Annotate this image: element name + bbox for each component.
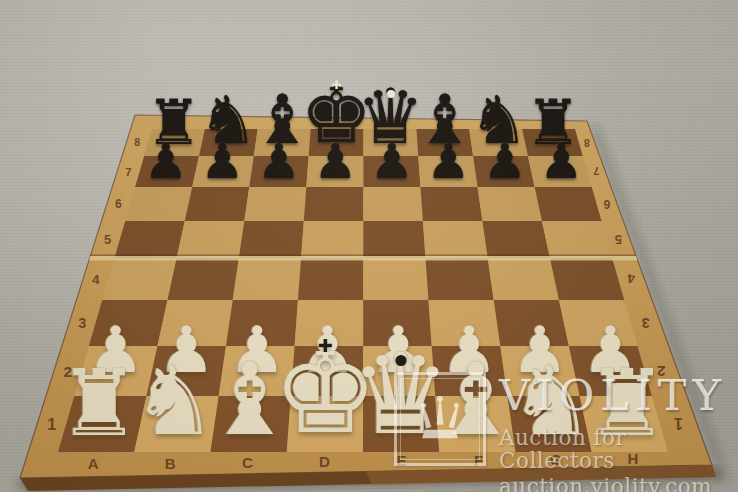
square-f4: [426, 258, 494, 300]
file-label-g: G: [550, 451, 562, 468]
square-a6: [125, 187, 192, 221]
square-d7: [306, 156, 363, 187]
rank-label-right-8: 8: [584, 137, 590, 149]
rank-label-right-7: 7: [593, 165, 599, 177]
square-f6: [420, 187, 482, 221]
square-a4: [102, 258, 176, 300]
file-label-d: D: [319, 453, 330, 470]
square-f8: [416, 129, 473, 156]
square-h2: [569, 346, 652, 396]
square-e7: [363, 156, 420, 187]
square-d5: [301, 221, 363, 258]
fold-seam: [89, 256, 638, 261]
square-b1: [134, 396, 218, 452]
square-c6: [244, 187, 306, 221]
square-a5: [114, 221, 184, 258]
square-c3: [226, 300, 298, 346]
square-f1: [435, 396, 515, 452]
rank-label-left-3: 3: [78, 315, 86, 331]
square-d3: [295, 300, 364, 346]
square-a7: [135, 156, 199, 187]
file-label-f: F: [474, 452, 483, 469]
square-f7: [418, 156, 477, 187]
square-f5: [423, 221, 488, 258]
square-d2: [291, 346, 363, 396]
square-b5: [177, 221, 245, 258]
square-e3: [363, 300, 432, 346]
square-d4: [298, 258, 363, 300]
square-b6: [185, 187, 250, 221]
square-e2: [363, 346, 435, 396]
square-e1: [363, 396, 439, 452]
file-label-c: C: [242, 454, 253, 471]
square-h6: [535, 187, 602, 221]
square-c7: [249, 156, 308, 187]
square-b7: [192, 156, 254, 187]
fold-seam-shadow: [90, 255, 636, 257]
rank-label-right-5: 5: [615, 232, 622, 247]
square-a3: [89, 300, 168, 346]
rank-label-left-1: 1: [47, 415, 56, 433]
square-e8: [363, 129, 418, 156]
square-b3: [157, 300, 232, 346]
square-d6: [304, 187, 364, 221]
file-label-a: A: [88, 455, 99, 472]
square-g2: [500, 346, 579, 396]
square-b4: [167, 258, 238, 300]
square-c8: [254, 129, 311, 156]
square-g6: [478, 187, 542, 221]
file-label-e: E: [397, 452, 407, 469]
square-h5: [542, 221, 612, 258]
rank-label-left-2: 2: [63, 363, 72, 380]
rank-label-left-4: 4: [92, 272, 100, 287]
square-g7: [473, 156, 535, 187]
rank-label-left-7: 7: [125, 166, 131, 178]
square-b2: [146, 346, 226, 396]
square-g1: [507, 396, 591, 452]
file-label-h: H: [627, 450, 638, 467]
square-h4: [550, 258, 624, 300]
square-c5: [239, 221, 304, 258]
square-f3: [428, 300, 500, 346]
square-c4: [233, 258, 301, 300]
rank-label-right-2: 2: [657, 362, 666, 379]
square-e5: [363, 221, 425, 258]
rank-label-right-1: 1: [674, 415, 683, 433]
rank-label-right-4: 4: [627, 271, 635, 286]
file-label-b: B: [165, 455, 176, 472]
rank-label-left-8: 8: [134, 136, 140, 148]
rank-label-right-3: 3: [642, 315, 650, 331]
square-e6: [363, 187, 423, 221]
rank-label-right-6: 6: [603, 197, 610, 211]
square-h7: [528, 156, 592, 187]
square-a8: [144, 129, 205, 156]
square-d8: [309, 129, 364, 156]
chess-set-photo: 8877665544332211ABCDEFGH ♜♞♝♚✚♛♝♞♜♟♟♟♟♟♟…: [0, 0, 738, 492]
square-d1: [287, 396, 363, 452]
square-g4: [488, 258, 559, 300]
square-e4: [363, 258, 428, 300]
square-c1: [211, 396, 291, 452]
square-f2: [432, 346, 508, 396]
square-g8: [469, 129, 528, 156]
square-c2: [219, 346, 295, 396]
square-h8: [522, 129, 583, 156]
square-g3: [494, 300, 569, 346]
chessboard: 8877665544332211ABCDEFGH: [0, 0, 738, 492]
square-g5: [482, 221, 550, 258]
rank-label-left-5: 5: [104, 232, 111, 247]
square-h3: [559, 300, 637, 346]
square-b8: [199, 129, 258, 156]
rank-label-left-6: 6: [115, 197, 122, 211]
square-a2: [74, 346, 157, 396]
